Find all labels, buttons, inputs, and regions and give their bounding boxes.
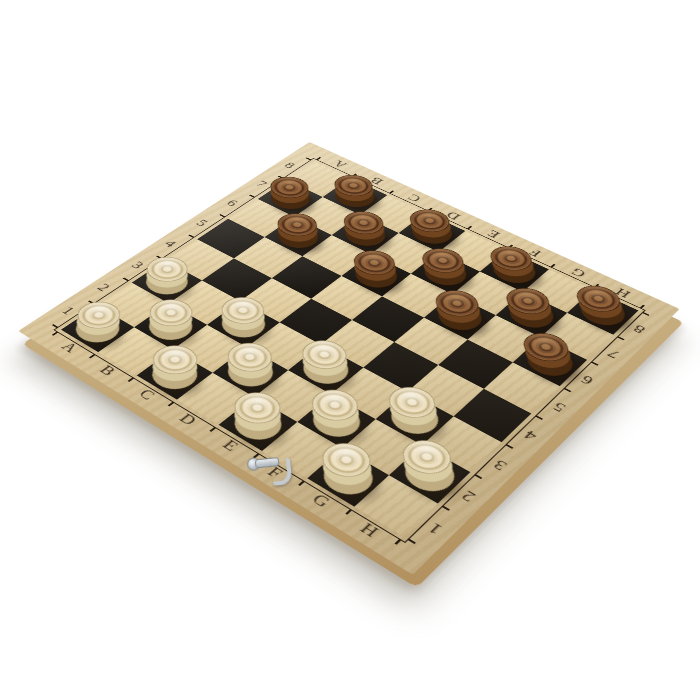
metal-latch-icon — [240, 445, 301, 497]
product-photo-stage: ABCDEFGH ABCDEFGH 87654321 87654321 — [0, 0, 700, 700]
latch-hook-icon — [271, 458, 293, 486]
board-scene: ABCDEFGH ABCDEFGH 87654321 87654321 — [0, 0, 700, 700]
border-tick — [640, 305, 645, 309]
checkers-board: ABCDEFGH ABCDEFGH 87654321 87654321 — [18, 142, 680, 575]
